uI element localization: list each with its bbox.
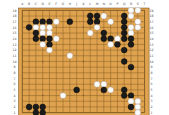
stone-white-R16[interactable] <box>128 24 134 30</box>
stone-white-H11[interactable] <box>67 53 73 59</box>
row-label-left-5: 5 <box>14 88 16 92</box>
stone-black-M17[interactable] <box>94 19 100 25</box>
hoshi-K4 <box>83 95 85 97</box>
stone-white-D16[interactable] <box>40 24 46 30</box>
stone-white-L15[interactable] <box>87 30 93 36</box>
col-label-S: S <box>137 2 139 6</box>
row-label-left-2: 2 <box>14 105 16 109</box>
stone-black-Q5[interactable] <box>121 87 127 93</box>
stone-white-M6[interactable] <box>94 81 100 87</box>
stone-white-S3[interactable] <box>135 98 141 104</box>
col-label-E: E <box>48 2 50 6</box>
row-label-left-10: 10 <box>13 60 17 64</box>
col-label-C: C <box>35 2 38 6</box>
stone-white-R19[interactable] <box>128 7 134 13</box>
stone-black-C17[interactable] <box>33 19 39 25</box>
stone-white-F14[interactable] <box>53 36 59 42</box>
stone-black-J5[interactable] <box>74 87 80 93</box>
row-label-right-4: 4 <box>151 94 153 98</box>
stone-black-L18[interactable] <box>87 13 93 19</box>
stone-black-Q17[interactable] <box>121 19 127 25</box>
row-label-right-19: 19 <box>150 9 154 13</box>
stone-black-Q14[interactable] <box>121 36 127 42</box>
row-label-left-14: 14 <box>13 37 17 41</box>
col-label-B: B <box>28 2 30 6</box>
col-label-N: N <box>103 2 106 6</box>
stone-black-C15[interactable] <box>33 30 39 36</box>
stone-white-P14[interactable] <box>114 36 120 42</box>
stone-white-E16[interactable] <box>47 24 53 30</box>
stone-black-H17[interactable] <box>67 19 73 25</box>
row-label-right-6: 6 <box>151 82 153 86</box>
col-label-Q: Q <box>123 2 126 6</box>
row-label-right-18: 18 <box>150 14 154 18</box>
stone-black-P13[interactable] <box>114 41 120 47</box>
col-label-T: T <box>143 2 146 6</box>
stone-white-S2[interactable] <box>135 104 141 110</box>
stone-white-E12[interactable] <box>47 47 53 53</box>
row-label-left-1: 1 <box>14 111 16 115</box>
stone-white-N6[interactable] <box>101 81 107 87</box>
col-label-P: P <box>116 2 118 6</box>
row-label-right-8: 8 <box>151 71 153 75</box>
go-board[interactable]: ABCDEFGHJKLMNOPQRST191817161514131211109… <box>0 0 169 115</box>
row-label-right-10: 10 <box>150 60 154 64</box>
stone-white-S17[interactable] <box>135 19 141 25</box>
stone-white-D15[interactable] <box>40 30 46 36</box>
stone-black-L17[interactable] <box>87 19 93 25</box>
row-label-left-17: 17 <box>13 20 17 24</box>
stone-black-Q10[interactable] <box>121 59 127 65</box>
row-label-right-3: 3 <box>151 99 153 103</box>
row-label-left-16: 16 <box>13 26 17 30</box>
stone-black-M18[interactable] <box>94 13 100 19</box>
stone-black-N15[interactable] <box>101 30 107 36</box>
stone-black-C2[interactable] <box>33 104 39 110</box>
stone-black-Q15[interactable] <box>121 30 127 36</box>
stone-black-R13[interactable] <box>128 41 134 47</box>
hoshi-K10 <box>83 61 85 63</box>
stone-black-R14[interactable] <box>128 36 134 42</box>
stone-white-E15[interactable] <box>47 30 53 36</box>
stone-white-O17[interactable] <box>108 19 114 25</box>
stone-black-O14[interactable] <box>108 36 114 42</box>
col-label-G: G <box>62 2 65 6</box>
stone-black-R9[interactable] <box>128 64 134 70</box>
stone-white-R15[interactable] <box>128 30 134 36</box>
stone-black-R4[interactable] <box>128 93 134 99</box>
row-label-left-13: 13 <box>13 43 17 47</box>
col-label-R: R <box>130 2 133 6</box>
row-label-left-11: 11 <box>13 54 17 58</box>
row-label-right-2: 2 <box>151 105 153 109</box>
stone-black-C14[interactable] <box>33 36 39 42</box>
col-label-D: D <box>41 2 44 6</box>
stone-white-C16[interactable] <box>33 24 39 30</box>
stone-black-D14[interactable] <box>40 36 46 42</box>
col-label-K: K <box>82 2 85 6</box>
stone-black-D1[interactable] <box>40 110 46 115</box>
stone-white-S16[interactable] <box>135 24 141 30</box>
row-label-left-15: 15 <box>13 31 17 35</box>
col-label-J: J <box>75 2 77 6</box>
row-label-left-7: 7 <box>14 77 16 81</box>
stone-black-Q4[interactable] <box>121 93 127 99</box>
row-label-left-8: 8 <box>14 71 16 75</box>
row-label-right-9: 9 <box>151 65 153 69</box>
stone-white-O13[interactable] <box>108 41 114 47</box>
col-label-O: O <box>109 2 112 6</box>
col-label-M: M <box>96 2 99 6</box>
stone-black-B2[interactable] <box>26 104 32 110</box>
stone-black-Q12[interactable] <box>121 47 127 53</box>
stone-black-E13[interactable] <box>47 41 53 47</box>
row-label-left-12: 12 <box>13 48 17 52</box>
col-label-L: L <box>89 2 91 6</box>
col-label-A: A <box>21 2 24 6</box>
hoshi-D4 <box>42 95 44 97</box>
stone-white-S19[interactable] <box>135 7 141 13</box>
row-label-right-1: 1 <box>151 111 153 115</box>
stone-black-N5[interactable] <box>101 87 107 93</box>
row-label-left-3: 3 <box>14 99 16 103</box>
go-app-window: ABCDEFGHJKLMNOPQRST191817161514131211109… <box>0 0 169 115</box>
row-label-right-14: 14 <box>150 37 154 41</box>
stone-white-O5[interactable] <box>108 87 114 93</box>
row-label-right-12: 12 <box>150 48 154 52</box>
stone-white-D13[interactable] <box>40 41 46 47</box>
row-label-right-16: 16 <box>150 26 154 30</box>
col-label-H: H <box>69 2 72 6</box>
row-label-left-19: 19 <box>13 9 17 13</box>
row-label-right-13: 13 <box>150 43 154 47</box>
stone-black-Q16[interactable] <box>121 24 127 30</box>
row-label-right-7: 7 <box>151 77 153 81</box>
stone-black-N14[interactable] <box>101 36 107 42</box>
stone-white-R3[interactable] <box>128 98 134 104</box>
stone-black-D2[interactable] <box>40 104 46 110</box>
stone-white-S1[interactable] <box>135 110 141 115</box>
stone-black-Q18[interactable] <box>121 13 127 19</box>
stone-white-R18[interactable] <box>128 13 134 19</box>
stone-black-E14[interactable] <box>47 36 53 42</box>
stone-black-R2[interactable] <box>128 104 134 110</box>
col-label-F: F <box>55 2 57 6</box>
row-label-right-17: 17 <box>150 20 154 24</box>
hoshi-K16 <box>83 27 85 29</box>
stone-white-N18[interactable] <box>101 13 107 19</box>
row-label-left-18: 18 <box>13 14 17 18</box>
stone-black-B16[interactable] <box>26 24 32 30</box>
stone-black-D17[interactable] <box>40 19 46 25</box>
row-label-right-5: 5 <box>151 88 153 92</box>
row-label-left-9: 9 <box>14 65 16 69</box>
row-label-left-4: 4 <box>14 94 16 98</box>
stone-white-M16[interactable] <box>94 24 100 30</box>
row-label-right-15: 15 <box>150 31 154 35</box>
stone-white-F17[interactable] <box>53 19 59 25</box>
stone-black-C1[interactable] <box>33 110 39 115</box>
stone-black-E17[interactable] <box>47 19 53 25</box>
row-label-right-11: 11 <box>150 54 154 58</box>
row-label-left-6: 6 <box>14 82 16 86</box>
hoshi-D10 <box>42 61 44 63</box>
stone-white-G4[interactable] <box>60 93 66 99</box>
